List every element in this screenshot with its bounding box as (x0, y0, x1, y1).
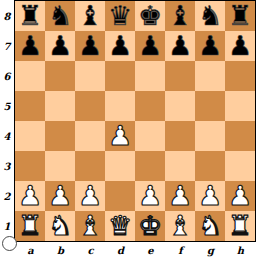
rank-label-7: 7 (0, 32, 14, 62)
square-e1[interactable]: ♚ (135, 211, 165, 241)
white-to-move-indicator (2, 236, 17, 251)
square-b4[interactable] (45, 121, 75, 151)
square-a8[interactable]: ♜ (15, 1, 45, 31)
black-knight: ♞ (198, 2, 222, 29)
white-queen: ♛ (108, 212, 132, 239)
file-label-a: a (16, 243, 46, 257)
square-a3[interactable] (15, 151, 45, 181)
white-knight: ♞ (48, 212, 72, 239)
black-rook: ♜ (18, 2, 42, 29)
square-h5[interactable] (225, 91, 255, 121)
square-g3[interactable] (195, 151, 225, 181)
square-c4[interactable] (75, 121, 105, 151)
white-rook: ♜ (228, 212, 252, 239)
black-bishop: ♝ (78, 2, 102, 29)
square-f6[interactable] (165, 61, 195, 91)
white-pawn: ♟ (168, 182, 192, 209)
white-knight: ♞ (198, 212, 222, 239)
file-label-b: b (46, 243, 76, 257)
square-h4[interactable] (225, 121, 255, 151)
white-pawn: ♟ (48, 182, 72, 209)
square-e4[interactable] (135, 121, 165, 151)
square-g4[interactable] (195, 121, 225, 151)
square-b6[interactable] (45, 61, 75, 91)
square-h3[interactable] (225, 151, 255, 181)
rank-label-8: 8 (0, 2, 14, 32)
square-e3[interactable] (135, 151, 165, 181)
file-label-h: h (226, 243, 256, 257)
black-rook: ♜ (228, 2, 252, 29)
square-b3[interactable] (45, 151, 75, 181)
square-f5[interactable] (165, 91, 195, 121)
black-bishop: ♝ (168, 2, 192, 29)
white-pawn: ♟ (138, 182, 162, 209)
file-label-e: e (136, 243, 166, 257)
square-h2[interactable]: ♟ (225, 181, 255, 211)
square-b8[interactable]: ♞ (45, 1, 75, 31)
square-a2[interactable]: ♟ (15, 181, 45, 211)
square-g7[interactable]: ♟ (195, 31, 225, 61)
square-c1[interactable]: ♝ (75, 211, 105, 241)
square-e7[interactable]: ♟ (135, 31, 165, 61)
square-f2[interactable]: ♟ (165, 181, 195, 211)
file-label-g: g (196, 243, 226, 257)
rank-label-3: 3 (0, 152, 14, 182)
square-f8[interactable]: ♝ (165, 1, 195, 31)
square-c7[interactable]: ♟ (75, 31, 105, 61)
square-f4[interactable] (165, 121, 195, 151)
rank-label-6: 6 (0, 62, 14, 92)
black-pawn: ♟ (48, 32, 72, 59)
square-h6[interactable] (225, 61, 255, 91)
white-pawn: ♟ (108, 122, 132, 149)
black-pawn: ♟ (78, 32, 102, 59)
black-king: ♚ (138, 2, 162, 29)
black-pawn: ♟ (198, 32, 222, 59)
square-f1[interactable]: ♝ (165, 211, 195, 241)
rank-label-2: 2 (0, 182, 14, 212)
board-frame: ♜♞♝♛♚♝♞♜♟♟♟♟♟♟♟♟♟♟♟♟♟♟♟♟♜♞♝♛♚♝♞♜ (14, 0, 256, 242)
file-labels: abcdefgh (16, 243, 256, 257)
square-a1[interactable]: ♜ (15, 211, 45, 241)
square-h7[interactable]: ♟ (225, 31, 255, 61)
white-rook: ♜ (18, 212, 42, 239)
square-a5[interactable] (15, 91, 45, 121)
square-f7[interactable]: ♟ (165, 31, 195, 61)
rank-labels: 87654321 (0, 2, 14, 242)
square-g6[interactable] (195, 61, 225, 91)
square-b7[interactable]: ♟ (45, 31, 75, 61)
black-knight: ♞ (48, 2, 72, 29)
square-a4[interactable] (15, 121, 45, 151)
square-d8[interactable]: ♛ (105, 1, 135, 31)
rank-label-5: 5 (0, 92, 14, 122)
square-d7[interactable]: ♟ (105, 31, 135, 61)
square-e2[interactable]: ♟ (135, 181, 165, 211)
square-e8[interactable]: ♚ (135, 1, 165, 31)
chess-board: ♜♞♝♛♚♝♞♜♟♟♟♟♟♟♟♟♟♟♟♟♟♟♟♟♜♞♝♛♚♝♞♜ (15, 1, 255, 241)
file-label-c: c (76, 243, 106, 257)
black-pawn: ♟ (168, 32, 192, 59)
square-a6[interactable] (15, 61, 45, 91)
square-g5[interactable] (195, 91, 225, 121)
white-bishop: ♝ (168, 212, 192, 239)
square-d2[interactable] (105, 181, 135, 211)
rank-label-4: 4 (0, 122, 14, 152)
file-label-d: d (106, 243, 136, 257)
white-bishop: ♝ (78, 212, 102, 239)
file-label-f: f (166, 243, 196, 257)
black-pawn: ♟ (18, 32, 42, 59)
black-pawn: ♟ (228, 32, 252, 59)
square-a7[interactable]: ♟ (15, 31, 45, 61)
square-h1[interactable]: ♜ (225, 211, 255, 241)
chess-diagram: 87654321 ♜♞♝♛♚♝♞♜♟♟♟♟♟♟♟♟♟♟♟♟♟♟♟♟♜♞♝♛♚♝♞… (0, 0, 257, 257)
square-b5[interactable] (45, 91, 75, 121)
square-c2[interactable]: ♟ (75, 181, 105, 211)
square-c8[interactable]: ♝ (75, 1, 105, 31)
square-e5[interactable] (135, 91, 165, 121)
square-g8[interactable]: ♞ (195, 1, 225, 31)
square-b1[interactable]: ♞ (45, 211, 75, 241)
white-pawn: ♟ (78, 182, 102, 209)
square-d6[interactable] (105, 61, 135, 91)
white-pawn: ♟ (18, 182, 42, 209)
square-b2[interactable]: ♟ (45, 181, 75, 211)
square-g2[interactable]: ♟ (195, 181, 225, 211)
square-g1[interactable]: ♞ (195, 211, 225, 241)
square-c3[interactable] (75, 151, 105, 181)
square-f3[interactable] (165, 151, 195, 181)
square-c6[interactable] (75, 61, 105, 91)
square-h8[interactable]: ♜ (225, 1, 255, 31)
white-king: ♚ (138, 212, 162, 239)
square-d3[interactable] (105, 151, 135, 181)
square-c5[interactable] (75, 91, 105, 121)
white-pawn: ♟ (228, 182, 252, 209)
white-pawn: ♟ (198, 182, 222, 209)
square-d5[interactable] (105, 91, 135, 121)
black-queen: ♛ (108, 2, 132, 29)
square-e6[interactable] (135, 61, 165, 91)
black-pawn: ♟ (108, 32, 132, 59)
square-d1[interactable]: ♛ (105, 211, 135, 241)
square-d4[interactable]: ♟ (105, 121, 135, 151)
black-pawn: ♟ (138, 32, 162, 59)
